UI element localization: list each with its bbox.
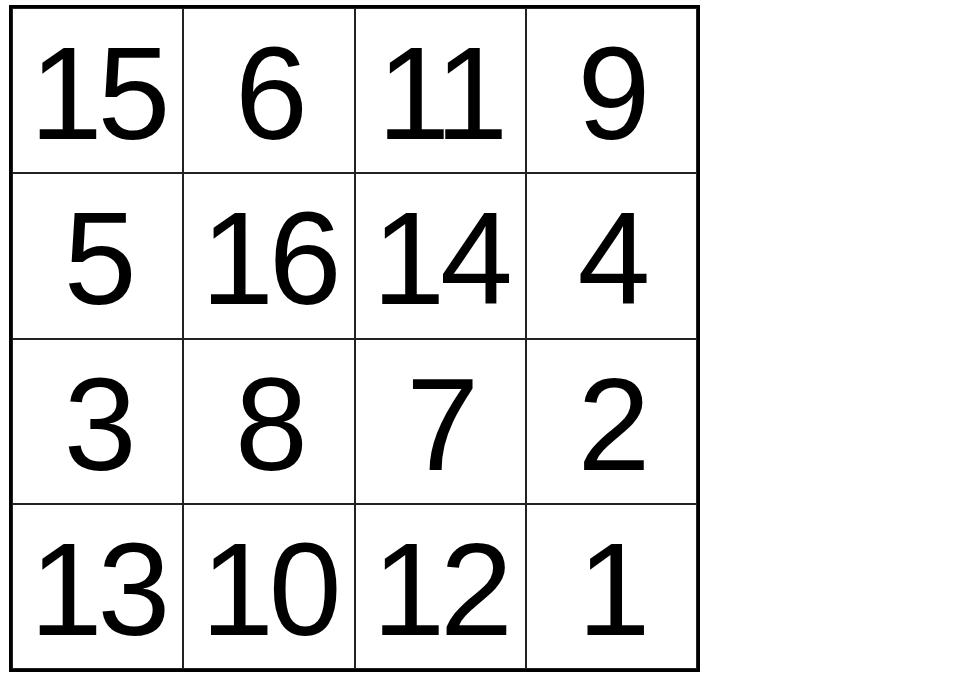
cell-r2c3[interactable]: 14 — [355, 173, 526, 338]
cell-r2c2[interactable]: 16 — [183, 173, 354, 338]
cell-r3c4[interactable]: 2 — [526, 339, 697, 504]
cell-r1c3[interactable]: 11 — [355, 8, 526, 173]
number-grid-board: 15 6 11 9 5 16 14 4 3 8 7 2 13 10 12 1 — [9, 5, 700, 672]
cell-r4c3[interactable]: 12 — [355, 504, 526, 669]
page-background: 15 6 11 9 5 16 14 4 3 8 7 2 13 10 12 1 — [0, 0, 960, 686]
cell-r1c4[interactable]: 9 — [526, 8, 697, 173]
cell-r3c3[interactable]: 7 — [355, 339, 526, 504]
cell-r4c2[interactable]: 10 — [183, 504, 354, 669]
cell-r4c1[interactable]: 13 — [12, 504, 183, 669]
cell-r1c2[interactable]: 6 — [183, 8, 354, 173]
cell-r2c1[interactable]: 5 — [12, 173, 183, 338]
cell-r4c4[interactable]: 1 — [526, 504, 697, 669]
cell-r3c2[interactable]: 8 — [183, 339, 354, 504]
cell-r1c1[interactable]: 15 — [12, 8, 183, 173]
cell-r2c4[interactable]: 4 — [526, 173, 697, 338]
cell-r3c1[interactable]: 3 — [12, 339, 183, 504]
